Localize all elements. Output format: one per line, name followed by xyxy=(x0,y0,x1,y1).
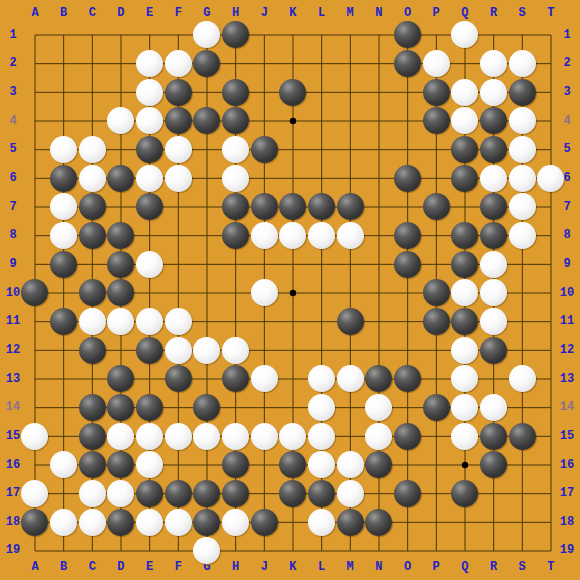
point-L4[interactable] xyxy=(307,107,336,136)
point-J7[interactable] xyxy=(250,193,279,222)
point-Q6[interactable] xyxy=(451,164,480,193)
point-B3[interactable] xyxy=(49,78,78,107)
point-S3[interactable] xyxy=(508,78,537,107)
point-R10[interactable] xyxy=(479,279,508,308)
point-B16[interactable] xyxy=(49,451,78,480)
point-A15[interactable] xyxy=(21,422,50,451)
point-S9[interactable] xyxy=(508,250,537,279)
point-P18[interactable] xyxy=(422,508,451,537)
point-F6[interactable] xyxy=(164,164,193,193)
point-C15[interactable] xyxy=(78,422,107,451)
point-B17[interactable] xyxy=(49,479,78,508)
point-E11[interactable] xyxy=(135,307,164,336)
point-N4[interactable] xyxy=(365,107,394,136)
point-Q9[interactable] xyxy=(451,250,480,279)
point-G4[interactable] xyxy=(193,107,222,136)
point-Q1[interactable] xyxy=(451,21,480,50)
point-M11[interactable] xyxy=(336,307,365,336)
point-L17[interactable] xyxy=(307,479,336,508)
point-T16[interactable] xyxy=(536,451,565,480)
point-F3[interactable] xyxy=(164,78,193,107)
point-P6[interactable] xyxy=(422,164,451,193)
point-N10[interactable] xyxy=(365,279,394,308)
point-C14[interactable] xyxy=(78,393,107,422)
point-A19[interactable] xyxy=(21,536,50,565)
point-K15[interactable] xyxy=(279,422,308,451)
point-P2[interactable] xyxy=(422,49,451,78)
point-L14[interactable] xyxy=(307,393,336,422)
point-B13[interactable] xyxy=(49,365,78,394)
point-C5[interactable] xyxy=(78,135,107,164)
point-C11[interactable] xyxy=(78,307,107,336)
point-E12[interactable] xyxy=(135,336,164,365)
point-F4[interactable] xyxy=(164,107,193,136)
point-N1[interactable] xyxy=(365,21,394,50)
point-T6[interactable] xyxy=(536,164,565,193)
point-S16[interactable] xyxy=(508,451,537,480)
point-L1[interactable] xyxy=(307,21,336,50)
point-K18[interactable] xyxy=(279,508,308,537)
point-E4[interactable] xyxy=(135,107,164,136)
point-G10[interactable] xyxy=(193,279,222,308)
point-B8[interactable] xyxy=(49,221,78,250)
point-P11[interactable] xyxy=(422,307,451,336)
point-K9[interactable] xyxy=(279,250,308,279)
point-D12[interactable] xyxy=(107,336,136,365)
point-A11[interactable] xyxy=(21,307,50,336)
point-R4[interactable] xyxy=(479,107,508,136)
point-K19[interactable] xyxy=(279,536,308,565)
point-R11[interactable] xyxy=(479,307,508,336)
point-T8[interactable] xyxy=(536,221,565,250)
point-H2[interactable] xyxy=(221,49,250,78)
point-M13[interactable] xyxy=(336,365,365,394)
point-D14[interactable] xyxy=(107,393,136,422)
point-O15[interactable] xyxy=(393,422,422,451)
point-D13[interactable] xyxy=(107,365,136,394)
point-H11[interactable] xyxy=(221,307,250,336)
point-G18[interactable] xyxy=(193,508,222,537)
point-K14[interactable] xyxy=(279,393,308,422)
point-P4[interactable] xyxy=(422,107,451,136)
point-C13[interactable] xyxy=(78,365,107,394)
point-D2[interactable] xyxy=(107,49,136,78)
point-T3[interactable] xyxy=(536,78,565,107)
point-E7[interactable] xyxy=(135,193,164,222)
point-H15[interactable] xyxy=(221,422,250,451)
point-C18[interactable] xyxy=(78,508,107,537)
point-H16[interactable] xyxy=(221,451,250,480)
point-A6[interactable] xyxy=(21,164,50,193)
point-F7[interactable] xyxy=(164,193,193,222)
point-C17[interactable] xyxy=(78,479,107,508)
point-P17[interactable] xyxy=(422,479,451,508)
point-R15[interactable] xyxy=(479,422,508,451)
point-D19[interactable] xyxy=(107,536,136,565)
point-P7[interactable] xyxy=(422,193,451,222)
point-P1[interactable] xyxy=(422,21,451,50)
point-L16[interactable] xyxy=(307,451,336,480)
point-F2[interactable] xyxy=(164,49,193,78)
point-J9[interactable] xyxy=(250,250,279,279)
point-O17[interactable] xyxy=(393,479,422,508)
point-M16[interactable] xyxy=(336,451,365,480)
point-L2[interactable] xyxy=(307,49,336,78)
point-J14[interactable] xyxy=(250,393,279,422)
point-S4[interactable] xyxy=(508,107,537,136)
point-Q5[interactable] xyxy=(451,135,480,164)
point-Q7[interactable] xyxy=(451,193,480,222)
point-G5[interactable] xyxy=(193,135,222,164)
point-B7[interactable] xyxy=(49,193,78,222)
point-N3[interactable] xyxy=(365,78,394,107)
point-N13[interactable] xyxy=(365,365,394,394)
point-O11[interactable] xyxy=(393,307,422,336)
point-S11[interactable] xyxy=(508,307,537,336)
point-R17[interactable] xyxy=(479,479,508,508)
point-M5[interactable] xyxy=(336,135,365,164)
point-M8[interactable] xyxy=(336,221,365,250)
point-O5[interactable] xyxy=(393,135,422,164)
point-R14[interactable] xyxy=(479,393,508,422)
point-F11[interactable] xyxy=(164,307,193,336)
point-B1[interactable] xyxy=(49,21,78,50)
point-H8[interactable] xyxy=(221,221,250,250)
point-D5[interactable] xyxy=(107,135,136,164)
point-C3[interactable] xyxy=(78,78,107,107)
point-R16[interactable] xyxy=(479,451,508,480)
point-B12[interactable] xyxy=(49,336,78,365)
point-C7[interactable] xyxy=(78,193,107,222)
point-H18[interactable] xyxy=(221,508,250,537)
point-G2[interactable] xyxy=(193,49,222,78)
point-O9[interactable] xyxy=(393,250,422,279)
point-G6[interactable] xyxy=(193,164,222,193)
point-J15[interactable] xyxy=(250,422,279,451)
point-R5[interactable] xyxy=(479,135,508,164)
point-Q11[interactable] xyxy=(451,307,480,336)
point-J13[interactable] xyxy=(250,365,279,394)
point-B18[interactable] xyxy=(49,508,78,537)
point-Q18[interactable] xyxy=(451,508,480,537)
point-R2[interactable] xyxy=(479,49,508,78)
point-M9[interactable] xyxy=(336,250,365,279)
point-B10[interactable] xyxy=(49,279,78,308)
point-H7[interactable] xyxy=(221,193,250,222)
point-Q14[interactable] xyxy=(451,393,480,422)
point-R1[interactable] xyxy=(479,21,508,50)
point-A18[interactable] xyxy=(21,508,50,537)
point-L12[interactable] xyxy=(307,336,336,365)
point-K7[interactable] xyxy=(279,193,308,222)
point-T7[interactable] xyxy=(536,193,565,222)
point-Q8[interactable] xyxy=(451,221,480,250)
point-L8[interactable] xyxy=(307,221,336,250)
point-C2[interactable] xyxy=(78,49,107,78)
point-M4[interactable] xyxy=(336,107,365,136)
point-M1[interactable] xyxy=(336,21,365,50)
point-Q10[interactable] xyxy=(451,279,480,308)
point-D8[interactable] xyxy=(107,221,136,250)
point-K5[interactable] xyxy=(279,135,308,164)
point-O4[interactable] xyxy=(393,107,422,136)
point-C1[interactable] xyxy=(78,21,107,50)
point-H12[interactable] xyxy=(221,336,250,365)
point-O12[interactable] xyxy=(393,336,422,365)
point-S12[interactable] xyxy=(508,336,537,365)
point-B11[interactable] xyxy=(49,307,78,336)
point-P14[interactable] xyxy=(422,393,451,422)
point-Q16[interactable] xyxy=(451,451,480,480)
point-J5[interactable] xyxy=(250,135,279,164)
point-N12[interactable] xyxy=(365,336,394,365)
point-L15[interactable] xyxy=(307,422,336,451)
point-N5[interactable] xyxy=(365,135,394,164)
point-J1[interactable] xyxy=(250,21,279,50)
point-E15[interactable] xyxy=(135,422,164,451)
point-C16[interactable] xyxy=(78,451,107,480)
point-R18[interactable] xyxy=(479,508,508,537)
point-C10[interactable] xyxy=(78,279,107,308)
point-F12[interactable] xyxy=(164,336,193,365)
point-G19[interactable] xyxy=(193,536,222,565)
point-F17[interactable] xyxy=(164,479,193,508)
point-M12[interactable] xyxy=(336,336,365,365)
point-N18[interactable] xyxy=(365,508,394,537)
point-H6[interactable] xyxy=(221,164,250,193)
point-H9[interactable] xyxy=(221,250,250,279)
point-A8[interactable] xyxy=(21,221,50,250)
point-T15[interactable] xyxy=(536,422,565,451)
point-O14[interactable] xyxy=(393,393,422,422)
point-F5[interactable] xyxy=(164,135,193,164)
point-R3[interactable] xyxy=(479,78,508,107)
point-H1[interactable] xyxy=(221,21,250,50)
point-T12[interactable] xyxy=(536,336,565,365)
point-C4[interactable] xyxy=(78,107,107,136)
point-S19[interactable] xyxy=(508,536,537,565)
point-B6[interactable] xyxy=(49,164,78,193)
point-G16[interactable] xyxy=(193,451,222,480)
point-O8[interactable] xyxy=(393,221,422,250)
point-J18[interactable] xyxy=(250,508,279,537)
point-B14[interactable] xyxy=(49,393,78,422)
point-D15[interactable] xyxy=(107,422,136,451)
point-F14[interactable] xyxy=(164,393,193,422)
point-N15[interactable] xyxy=(365,422,394,451)
point-A3[interactable] xyxy=(21,78,50,107)
point-G1[interactable] xyxy=(193,21,222,50)
point-G8[interactable] xyxy=(193,221,222,250)
point-J12[interactable] xyxy=(250,336,279,365)
point-S18[interactable] xyxy=(508,508,537,537)
point-S7[interactable] xyxy=(508,193,537,222)
point-A12[interactable] xyxy=(21,336,50,365)
point-A13[interactable] xyxy=(21,365,50,394)
point-H10[interactable] xyxy=(221,279,250,308)
point-F9[interactable] xyxy=(164,250,193,279)
point-L13[interactable] xyxy=(307,365,336,394)
point-B19[interactable] xyxy=(49,536,78,565)
point-A4[interactable] xyxy=(21,107,50,136)
point-G17[interactable] xyxy=(193,479,222,508)
point-S6[interactable] xyxy=(508,164,537,193)
point-R7[interactable] xyxy=(479,193,508,222)
point-L6[interactable] xyxy=(307,164,336,193)
point-Q15[interactable] xyxy=(451,422,480,451)
point-J11[interactable] xyxy=(250,307,279,336)
point-S15[interactable] xyxy=(508,422,537,451)
point-B2[interactable] xyxy=(49,49,78,78)
point-J3[interactable] xyxy=(250,78,279,107)
point-E10[interactable] xyxy=(135,279,164,308)
point-C8[interactable] xyxy=(78,221,107,250)
point-J6[interactable] xyxy=(250,164,279,193)
point-G13[interactable] xyxy=(193,365,222,394)
point-S5[interactable] xyxy=(508,135,537,164)
point-A14[interactable] xyxy=(21,393,50,422)
point-L9[interactable] xyxy=(307,250,336,279)
point-D11[interactable] xyxy=(107,307,136,336)
point-T18[interactable] xyxy=(536,508,565,537)
point-R9[interactable] xyxy=(479,250,508,279)
point-K8[interactable] xyxy=(279,221,308,250)
point-C9[interactable] xyxy=(78,250,107,279)
point-E1[interactable] xyxy=(135,21,164,50)
point-L7[interactable] xyxy=(307,193,336,222)
point-N6[interactable] xyxy=(365,164,394,193)
point-T9[interactable] xyxy=(536,250,565,279)
point-T17[interactable] xyxy=(536,479,565,508)
point-J19[interactable] xyxy=(250,536,279,565)
point-M17[interactable] xyxy=(336,479,365,508)
point-B5[interactable] xyxy=(49,135,78,164)
point-K6[interactable] xyxy=(279,164,308,193)
point-N2[interactable] xyxy=(365,49,394,78)
point-C6[interactable] xyxy=(78,164,107,193)
point-M18[interactable] xyxy=(336,508,365,537)
point-Q19[interactable] xyxy=(451,536,480,565)
point-P19[interactable] xyxy=(422,536,451,565)
point-S14[interactable] xyxy=(508,393,537,422)
point-M19[interactable] xyxy=(336,536,365,565)
point-G9[interactable] xyxy=(193,250,222,279)
point-P15[interactable] xyxy=(422,422,451,451)
point-M2[interactable] xyxy=(336,49,365,78)
point-D17[interactable] xyxy=(107,479,136,508)
point-G11[interactable] xyxy=(193,307,222,336)
point-K17[interactable] xyxy=(279,479,308,508)
point-G15[interactable] xyxy=(193,422,222,451)
point-D16[interactable] xyxy=(107,451,136,480)
point-J4[interactable] xyxy=(250,107,279,136)
point-P9[interactable] xyxy=(422,250,451,279)
point-F19[interactable] xyxy=(164,536,193,565)
point-M3[interactable] xyxy=(336,78,365,107)
point-J17[interactable] xyxy=(250,479,279,508)
point-S2[interactable] xyxy=(508,49,537,78)
point-F8[interactable] xyxy=(164,221,193,250)
point-F13[interactable] xyxy=(164,365,193,394)
point-N17[interactable] xyxy=(365,479,394,508)
point-E14[interactable] xyxy=(135,393,164,422)
point-M6[interactable] xyxy=(336,164,365,193)
point-L10[interactable] xyxy=(307,279,336,308)
point-S8[interactable] xyxy=(508,221,537,250)
point-A5[interactable] xyxy=(21,135,50,164)
point-K4[interactable] xyxy=(279,107,308,136)
point-L3[interactable] xyxy=(307,78,336,107)
point-F18[interactable] xyxy=(164,508,193,537)
point-M7[interactable] xyxy=(336,193,365,222)
point-E9[interactable] xyxy=(135,250,164,279)
point-A9[interactable] xyxy=(21,250,50,279)
point-O16[interactable] xyxy=(393,451,422,480)
point-O18[interactable] xyxy=(393,508,422,537)
point-H14[interactable] xyxy=(221,393,250,422)
point-Q3[interactable] xyxy=(451,78,480,107)
point-J16[interactable] xyxy=(250,451,279,480)
point-D7[interactable] xyxy=(107,193,136,222)
point-R8[interactable] xyxy=(479,221,508,250)
point-S17[interactable] xyxy=(508,479,537,508)
point-K16[interactable] xyxy=(279,451,308,480)
point-E18[interactable] xyxy=(135,508,164,537)
point-P10[interactable] xyxy=(422,279,451,308)
point-S13[interactable] xyxy=(508,365,537,394)
point-O6[interactable] xyxy=(393,164,422,193)
point-J2[interactable] xyxy=(250,49,279,78)
point-T13[interactable] xyxy=(536,365,565,394)
point-Q2[interactable] xyxy=(451,49,480,78)
point-P8[interactable] xyxy=(422,221,451,250)
point-M14[interactable] xyxy=(336,393,365,422)
point-F10[interactable] xyxy=(164,279,193,308)
point-G7[interactable] xyxy=(193,193,222,222)
point-L18[interactable] xyxy=(307,508,336,537)
point-D6[interactable] xyxy=(107,164,136,193)
point-H19[interactable] xyxy=(221,536,250,565)
point-M15[interactable] xyxy=(336,422,365,451)
point-P3[interactable] xyxy=(422,78,451,107)
point-D4[interactable] xyxy=(107,107,136,136)
point-D18[interactable] xyxy=(107,508,136,537)
point-Q4[interactable] xyxy=(451,107,480,136)
point-K12[interactable] xyxy=(279,336,308,365)
point-T1[interactable] xyxy=(536,21,565,50)
point-H17[interactable] xyxy=(221,479,250,508)
point-O19[interactable] xyxy=(393,536,422,565)
point-S1[interactable] xyxy=(508,21,537,50)
point-O2[interactable] xyxy=(393,49,422,78)
point-N7[interactable] xyxy=(365,193,394,222)
point-P16[interactable] xyxy=(422,451,451,480)
point-E8[interactable] xyxy=(135,221,164,250)
point-T4[interactable] xyxy=(536,107,565,136)
point-O10[interactable] xyxy=(393,279,422,308)
point-N11[interactable] xyxy=(365,307,394,336)
point-G3[interactable] xyxy=(193,78,222,107)
point-E19[interactable] xyxy=(135,536,164,565)
point-R12[interactable] xyxy=(479,336,508,365)
point-T14[interactable] xyxy=(536,393,565,422)
point-T5[interactable] xyxy=(536,135,565,164)
point-H3[interactable] xyxy=(221,78,250,107)
point-H5[interactable] xyxy=(221,135,250,164)
point-E13[interactable] xyxy=(135,365,164,394)
point-K13[interactable] xyxy=(279,365,308,394)
point-D9[interactable] xyxy=(107,250,136,279)
